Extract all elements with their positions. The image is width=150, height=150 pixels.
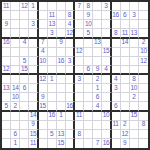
empty-cell-r6c1[interactable] <box>2 48 11 57</box>
empty-cell-r6c4[interactable] <box>29 48 38 57</box>
empty-cell-r10c9[interactable] <box>75 84 84 93</box>
empty-cell-r8c16[interactable] <box>139 66 148 75</box>
given-cell-r3c10: 10 <box>84 20 93 29</box>
empty-cell-r2c2[interactable] <box>11 11 20 20</box>
given-cell-r13c4: 14 <box>29 112 38 121</box>
empty-cell-r6c7[interactable] <box>57 48 66 57</box>
empty-cell-r3c15[interactable] <box>130 20 139 29</box>
given-cell-r15c4: 15 <box>29 130 38 139</box>
empty-cell-r12c15[interactable] <box>130 102 139 111</box>
empty-cell-r16c3[interactable] <box>20 139 29 148</box>
given-cell-r5c3: 4 <box>20 39 29 48</box>
given-cell-r16c2: 1 <box>11 139 20 148</box>
empty-cell-r6c14[interactable] <box>121 48 130 57</box>
empty-cell-r16c1[interactable] <box>2 139 11 148</box>
given-cell-r2c6: 11 <box>48 11 57 20</box>
given-cell-r9c13: 4 <box>112 75 121 84</box>
empty-cell-r12c6[interactable] <box>48 102 57 111</box>
empty-cell-r10c8[interactable] <box>66 84 75 93</box>
given-cell-r3c1: 9 <box>2 20 11 29</box>
empty-cell-r7c12[interactable] <box>102 57 111 66</box>
empty-cell-r8c9[interactable] <box>75 66 84 75</box>
empty-cell-r11c16[interactable] <box>139 93 148 102</box>
empty-cell-r12c3[interactable] <box>20 102 29 111</box>
given-cell-r3c8: 4 <box>66 20 75 29</box>
empty-cell-r1c15[interactable] <box>130 2 139 11</box>
given-cell-r5c14: 14 <box>121 39 130 48</box>
empty-cell-r15c1[interactable] <box>2 130 11 139</box>
given-cell-r1c12: 3 <box>102 2 111 11</box>
empty-cell-r9c4[interactable] <box>29 75 38 84</box>
empty-cell-r3c12[interactable] <box>102 20 111 29</box>
empty-cell-r13c16[interactable] <box>139 112 148 121</box>
empty-cell-r4c16[interactable] <box>139 29 148 38</box>
empty-cell-r3c5[interactable] <box>39 20 48 29</box>
empty-cell-r14c3[interactable] <box>20 121 29 130</box>
given-cell-r7c8: 3 <box>66 57 75 66</box>
empty-cell-r4c12[interactable] <box>102 29 111 38</box>
given-cell-r1c1: 11 <box>2 2 11 11</box>
empty-cell-r1c16[interactable] <box>139 2 148 11</box>
empty-cell-r1c5[interactable] <box>39 2 48 11</box>
empty-cell-r12c10[interactable] <box>84 102 93 111</box>
empty-cell-r2c4[interactable] <box>29 11 38 20</box>
empty-cell-r16c8[interactable] <box>66 139 75 148</box>
empty-cell-r8c14[interactable] <box>121 66 130 75</box>
given-cell-r11c11: 6 <box>93 93 102 102</box>
empty-cell-r16c5[interactable] <box>39 139 48 148</box>
given-cell-r9c15: 8 <box>130 75 139 84</box>
empty-cell-r11c8[interactable] <box>66 93 75 102</box>
empty-cell-r5c15[interactable] <box>130 39 139 48</box>
empty-cell-r7c9[interactable] <box>75 57 84 66</box>
given-cell-r13c15: 15 <box>130 112 139 121</box>
empty-cell-r1c6[interactable] <box>48 2 57 11</box>
empty-cell-r7c15[interactable] <box>130 57 139 66</box>
empty-cell-r13c10[interactable] <box>84 112 93 121</box>
given-cell-r5c5: 7 <box>39 39 48 48</box>
empty-cell-r5c2[interactable] <box>11 39 20 48</box>
empty-cell-r3c11[interactable] <box>93 20 102 29</box>
empty-cell-r7c2[interactable] <box>11 57 20 66</box>
given-cell-r11c15: 2 <box>130 93 139 102</box>
given-cell-r5c11: 13 <box>93 39 102 48</box>
given-cell-r3c4: 3 <box>29 20 38 29</box>
given-cell-r13c6: 16 <box>48 112 57 121</box>
given-cell-r4c14: 11 <box>121 29 130 38</box>
empty-cell-r3c3[interactable] <box>20 20 29 29</box>
given-cell-r12c1: 5 <box>2 102 11 111</box>
empty-cell-r10c10[interactable] <box>84 84 93 93</box>
empty-cell-r14c15[interactable] <box>130 121 139 130</box>
empty-cell-r10c5[interactable] <box>39 84 48 93</box>
empty-cell-r13c5[interactable] <box>39 112 48 121</box>
empty-cell-r9c12[interactable] <box>102 75 111 84</box>
given-cell-r8c11: 9 <box>93 66 102 75</box>
empty-cell-r11c12[interactable] <box>102 93 111 102</box>
empty-cell-r4c3[interactable] <box>20 29 29 38</box>
empty-cell-r6c3[interactable] <box>20 48 29 57</box>
empty-cell-r15c10[interactable] <box>84 130 93 139</box>
empty-cell-r9c8[interactable] <box>66 75 75 84</box>
empty-cell-r9c10[interactable] <box>84 75 93 84</box>
sudoku-board: 1112178311891663931341031258111316479131… <box>0 0 150 150</box>
empty-cell-r4c11[interactable] <box>93 29 102 38</box>
given-cell-r16c11: 7 <box>93 139 102 148</box>
empty-cell-r8c5[interactable] <box>39 66 48 75</box>
given-cell-r16c4: 11 <box>29 139 38 148</box>
given-cell-r11c5: 9 <box>39 93 48 102</box>
empty-cell-r1c8[interactable] <box>66 2 75 11</box>
empty-cell-r2c1[interactable] <box>2 11 11 20</box>
empty-cell-r9c14[interactable] <box>121 75 130 84</box>
empty-cell-r1c14[interactable] <box>121 2 130 11</box>
empty-cell-r15c12[interactable] <box>102 130 111 139</box>
empty-cell-r11c14[interactable] <box>121 93 130 102</box>
empty-cell-r2c3[interactable] <box>20 11 29 20</box>
empty-cell-r7c6[interactable] <box>48 57 57 66</box>
given-cell-r13c9: 11 <box>75 112 84 121</box>
empty-cell-r4c7[interactable] <box>57 29 66 38</box>
given-cell-r5c16: 2 <box>139 39 148 48</box>
given-cell-r16c7: 15 <box>57 139 66 148</box>
empty-cell-r1c2[interactable] <box>11 2 20 11</box>
given-cell-r4c13: 8 <box>112 29 121 38</box>
given-cell-r1c4: 1 <box>29 2 38 11</box>
given-cell-r12c5: 15 <box>39 102 48 111</box>
given-cell-r10c11: 1 <box>93 84 102 93</box>
given-cell-r7c3: 5 <box>20 57 29 66</box>
empty-cell-r14c6[interactable] <box>48 121 57 130</box>
empty-cell-r5c6[interactable] <box>48 39 57 48</box>
given-cell-r9c9: 3 <box>75 75 84 84</box>
empty-cell-r13c14[interactable] <box>121 112 130 121</box>
given-cell-r13c7: 1 <box>57 112 66 121</box>
empty-cell-r14c10[interactable] <box>84 121 93 130</box>
given-cell-r6c5: 4 <box>39 48 48 57</box>
empty-cell-r9c7[interactable] <box>57 75 66 84</box>
given-cell-r10c15: 10 <box>130 84 139 93</box>
empty-cell-r13c2[interactable] <box>11 112 20 121</box>
given-cell-r2c14: 6 <box>121 11 130 20</box>
empty-cell-r8c13[interactable] <box>112 66 121 75</box>
empty-cell-r13c1[interactable] <box>2 112 11 121</box>
empty-cell-r7c4[interactable] <box>29 57 38 66</box>
empty-cell-r5c12[interactable] <box>102 39 111 48</box>
given-cell-r15c2: 6 <box>11 130 20 139</box>
given-cell-r14c14: 2 <box>121 121 130 130</box>
empty-cell-r3c16[interactable] <box>139 20 148 29</box>
given-cell-r8c12: 4 <box>102 66 111 75</box>
empty-cell-r3c9[interactable] <box>75 20 84 29</box>
empty-cell-r12c7[interactable] <box>57 102 66 111</box>
given-cell-r16c12: 16 <box>102 139 111 148</box>
empty-cell-r7c11[interactable] <box>93 57 102 66</box>
empty-cell-r6c6[interactable] <box>48 48 57 57</box>
empty-cell-r7c10[interactable] <box>84 57 93 66</box>
empty-cell-r16c6[interactable] <box>48 139 57 148</box>
empty-cell-r14c1[interactable] <box>2 121 11 130</box>
given-cell-r4c10: 5 <box>84 29 93 38</box>
given-cell-r16c14: 9 <box>121 139 130 148</box>
empty-cell-r14c11[interactable] <box>93 121 102 130</box>
empty-cell-r4c4[interactable] <box>29 29 38 38</box>
empty-cell-r2c11[interactable] <box>93 11 102 20</box>
given-cell-r7c16: 12 <box>139 57 148 66</box>
empty-cell-r8c2[interactable] <box>11 66 20 75</box>
empty-cell-r5c10[interactable] <box>84 39 93 48</box>
empty-cell-r5c4[interactable] <box>29 39 38 48</box>
given-cell-r6c16: 10 <box>139 48 148 57</box>
empty-cell-r16c10[interactable] <box>84 139 93 148</box>
given-cell-r15c7: 13 <box>57 130 66 139</box>
given-cell-r14c13: 11 <box>112 121 121 130</box>
given-cell-r15c6: 5 <box>48 130 57 139</box>
given-cell-r2c8: 8 <box>66 11 75 20</box>
empty-cell-r13c3[interactable] <box>20 112 29 121</box>
empty-cell-r15c16[interactable] <box>139 130 148 139</box>
empty-cell-r8c6[interactable] <box>48 66 57 75</box>
empty-cell-r5c9[interactable] <box>75 39 84 48</box>
empty-cell-r13c11[interactable] <box>93 112 102 121</box>
empty-cell-r12c9[interactable] <box>75 102 84 111</box>
empty-cell-r11c1[interactable] <box>2 93 11 102</box>
empty-cell-r14c5[interactable] <box>39 121 48 130</box>
given-cell-r12c8: 16 <box>66 102 75 111</box>
empty-cell-r8c4[interactable] <box>29 66 38 75</box>
empty-cell-r15c13[interactable] <box>112 130 121 139</box>
empty-cell-r2c7[interactable] <box>57 11 66 20</box>
empty-cell-r15c3[interactable] <box>20 130 29 139</box>
given-cell-r4c15: 13 <box>130 29 139 38</box>
empty-cell-r10c14[interactable] <box>121 84 130 93</box>
empty-cell-r11c7[interactable] <box>57 93 66 102</box>
empty-cell-r16c9[interactable] <box>75 139 84 148</box>
empty-cell-r9c3[interactable] <box>20 75 29 84</box>
given-cell-r1c9: 7 <box>75 2 84 11</box>
given-cell-r9c5: 12 <box>39 75 48 84</box>
empty-cell-r5c8[interactable] <box>66 39 75 48</box>
empty-cell-r7c13[interactable] <box>112 57 121 66</box>
given-cell-r2c13: 16 <box>112 11 121 20</box>
given-cell-r2c15: 3 <box>130 11 139 20</box>
empty-cell-r4c2[interactable] <box>11 29 20 38</box>
given-cell-r5c7: 9 <box>57 39 66 48</box>
empty-cell-r12c14[interactable] <box>121 102 130 111</box>
empty-cell-r15c11[interactable] <box>93 130 102 139</box>
given-cell-r9c6: 1 <box>48 75 57 84</box>
empty-cell-r1c7[interactable] <box>57 2 66 11</box>
empty-cell-r13c13[interactable] <box>112 112 121 121</box>
empty-cell-r11c9[interactable] <box>75 93 84 102</box>
given-cell-r8c1: 12 <box>2 66 11 75</box>
empty-cell-r6c11[interactable] <box>93 48 102 57</box>
empty-cell-r11c4[interactable] <box>29 93 38 102</box>
empty-cell-r3c7[interactable] <box>57 20 66 29</box>
empty-cell-r15c5[interactable] <box>39 130 48 139</box>
empty-cell-r6c2[interactable] <box>11 48 20 57</box>
empty-cell-r11c13[interactable] <box>112 93 121 102</box>
empty-cell-r9c2[interactable] <box>11 75 20 84</box>
empty-cell-r16c16[interactable] <box>139 139 148 148</box>
empty-cell-r6c10[interactable] <box>84 48 93 57</box>
empty-cell-r10c4[interactable] <box>29 84 38 93</box>
empty-cell-r1c11[interactable] <box>93 2 102 11</box>
given-cell-r10c3: 6 <box>20 84 29 93</box>
empty-cell-r15c8[interactable] <box>66 130 75 139</box>
given-cell-r4c6: 3 <box>48 29 57 38</box>
given-cell-r6c12: 15 <box>102 48 111 57</box>
given-cell-r12c11: 4 <box>93 102 102 111</box>
given-cell-r2c10: 9 <box>84 11 93 20</box>
empty-cell-r13c8[interactable] <box>66 112 75 121</box>
empty-cell-r11c10[interactable] <box>84 93 93 102</box>
given-cell-r12c2: 2 <box>11 102 20 111</box>
empty-cell-r6c8[interactable] <box>66 48 75 57</box>
given-cell-r14c16: 8 <box>139 121 148 130</box>
empty-cell-r6c13[interactable] <box>112 48 121 57</box>
empty-cell-r11c6[interactable] <box>48 93 57 102</box>
empty-cell-r1c13[interactable] <box>112 2 121 11</box>
empty-cell-r3c2[interactable] <box>11 20 20 29</box>
empty-cell-r2c9[interactable] <box>75 11 84 20</box>
empty-cell-r12c16[interactable] <box>139 102 148 111</box>
given-cell-r15c14: 12 <box>121 130 130 139</box>
empty-cell-r8c15[interactable] <box>130 66 139 75</box>
empty-cell-r3c14[interactable] <box>121 20 130 29</box>
empty-cell-r10c16[interactable] <box>139 84 148 93</box>
given-cell-r11c2: 10 <box>11 93 20 102</box>
given-cell-r10c13: 3 <box>112 84 121 93</box>
given-cell-r7c7: 16 <box>57 57 66 66</box>
empty-cell-r8c7[interactable] <box>57 66 66 75</box>
given-cell-r5c1: 16 <box>2 39 11 48</box>
empty-cell-r14c12[interactable] <box>102 121 111 130</box>
given-cell-r8c3: 15 <box>20 66 29 75</box>
given-cell-r8c10: 6 <box>84 66 93 75</box>
empty-cell-r14c9[interactable] <box>75 121 84 130</box>
given-cell-r6c9: 12 <box>75 48 84 57</box>
empty-cell-r6c15[interactable] <box>130 48 139 57</box>
empty-cell-r11c3[interactable] <box>20 93 29 102</box>
empty-cell-r16c13[interactable] <box>112 139 121 148</box>
given-cell-r4c8: 12 <box>66 29 75 38</box>
empty-cell-r8c8[interactable] <box>66 66 75 75</box>
empty-cell-r3c13[interactable] <box>112 20 121 29</box>
given-cell-r1c3: 12 <box>20 2 29 11</box>
empty-cell-r2c5[interactable] <box>39 11 48 20</box>
empty-cell-r14c7[interactable] <box>57 121 66 130</box>
given-cell-r14c4: 9 <box>29 121 38 130</box>
empty-cell-r5c13[interactable] <box>112 39 121 48</box>
given-cell-r10c2: 14 <box>11 84 20 93</box>
empty-cell-r7c1[interactable] <box>2 57 11 66</box>
empty-cell-r12c12[interactable] <box>102 102 111 111</box>
given-cell-r10c1: 13 <box>2 84 11 93</box>
given-cell-r13c12: 10 <box>102 112 111 121</box>
empty-cell-r10c7[interactable] <box>57 84 66 93</box>
empty-cell-r2c12[interactable] <box>102 11 111 20</box>
empty-cell-r9c1[interactable] <box>2 75 11 84</box>
given-cell-r9c11: 2 <box>93 75 102 84</box>
given-cell-r15c9: 8 <box>75 130 84 139</box>
empty-cell-r14c2[interactable] <box>11 121 20 130</box>
empty-cell-r7c14[interactable] <box>121 57 130 66</box>
given-cell-r3c6: 13 <box>48 20 57 29</box>
empty-cell-r14c8[interactable] <box>66 121 75 130</box>
given-cell-r7c5: 10 <box>39 57 48 66</box>
given-cell-r1c10: 8 <box>84 2 93 11</box>
empty-cell-r12c4[interactable] <box>29 102 38 111</box>
empty-cell-r4c1[interactable] <box>2 29 11 38</box>
empty-cell-r9c16[interactable] <box>139 75 148 84</box>
empty-cell-r10c12[interactable] <box>102 84 111 93</box>
empty-cell-r4c5[interactable] <box>39 29 48 38</box>
empty-cell-r4c9[interactable] <box>75 29 84 38</box>
empty-cell-r10c6[interactable] <box>48 84 57 93</box>
empty-cell-r2c16[interactable] <box>139 11 148 20</box>
empty-cell-r16c15[interactable] <box>130 139 139 148</box>
empty-cell-r15c15[interactable] <box>130 130 139 139</box>
given-cell-r12c13: 6 <box>112 102 121 111</box>
